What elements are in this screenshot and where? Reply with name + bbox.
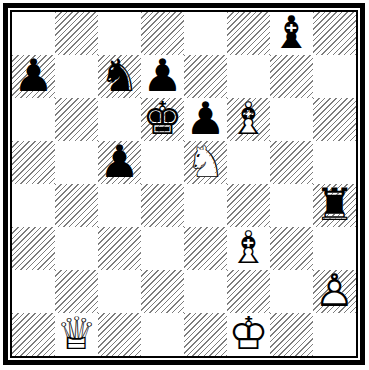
chess-board: ♝♝♟♟♞♞♟♟♚♚♟♟♝♗♟♟♞♘♜♜♝♗♟♙♛♕♚♔ (12, 12, 356, 356)
piece-black-king-d6[interactable]: ♚♚ (141, 98, 184, 141)
black-king-icon: ♚ (141, 97, 184, 140)
square-f8[interactable] (227, 12, 270, 55)
square-d1[interactable] (141, 313, 184, 356)
square-d5[interactable] (141, 141, 184, 184)
square-a5[interactable] (12, 141, 55, 184)
square-b3[interactable] (55, 227, 98, 270)
square-e5[interactable]: ♞♘ (184, 141, 227, 184)
square-e8[interactable] (184, 12, 227, 55)
square-c1[interactable] (98, 313, 141, 356)
square-b8[interactable] (55, 12, 98, 55)
square-a4[interactable] (12, 184, 55, 227)
square-h2[interactable]: ♟♙ (313, 270, 356, 313)
white-king-icon: ♔ (227, 312, 270, 355)
square-f6[interactable]: ♝♗ (227, 98, 270, 141)
piece-white-bishop-f6[interactable]: ♝♗ (227, 98, 270, 141)
piece-white-knight-e5[interactable]: ♞♘ (184, 141, 227, 184)
square-g1[interactable] (270, 313, 313, 356)
piece-white-bishop-f3[interactable]: ♝♗ (227, 227, 270, 270)
square-b4[interactable] (55, 184, 98, 227)
white-queen-icon: ♕ (55, 312, 98, 355)
square-b1[interactable]: ♛♕ (55, 313, 98, 356)
piece-black-pawn-c5[interactable]: ♟♟ (98, 141, 141, 184)
black-pawn-icon: ♟ (184, 97, 227, 140)
square-g6[interactable] (270, 98, 313, 141)
square-g2[interactable] (270, 270, 313, 313)
square-a1[interactable] (12, 313, 55, 356)
square-a3[interactable] (12, 227, 55, 270)
square-d6[interactable]: ♚♚ (141, 98, 184, 141)
piece-black-rook-h4[interactable]: ♜♜ (313, 184, 356, 227)
white-bishop-icon: ♗ (227, 226, 270, 269)
square-a2[interactable] (12, 270, 55, 313)
piece-white-queen-b1[interactable]: ♛♕ (55, 313, 98, 356)
piece-white-pawn-h2[interactable]: ♟♙ (313, 270, 356, 313)
board-inner-frame: ♝♝♟♟♞♞♟♟♚♚♟♟♝♗♟♟♞♘♜♜♝♗♟♙♛♕♚♔ (10, 10, 358, 358)
black-bishop-icon: ♝ (270, 11, 313, 54)
square-b5[interactable] (55, 141, 98, 184)
piece-black-bishop-g8[interactable]: ♝♝ (270, 12, 313, 55)
black-knight-icon: ♞ (98, 54, 141, 97)
black-pawn-icon: ♟ (141, 54, 184, 97)
black-pawn-icon: ♟ (12, 54, 55, 97)
square-d2[interactable] (141, 270, 184, 313)
black-rook-icon: ♜ (313, 183, 356, 226)
square-h1[interactable] (313, 313, 356, 356)
piece-black-pawn-a7[interactable]: ♟♟ (12, 55, 55, 98)
square-c7[interactable]: ♞♞ (98, 55, 141, 98)
black-pawn-icon: ♟ (98, 140, 141, 183)
square-d4[interactable] (141, 184, 184, 227)
square-e2[interactable] (184, 270, 227, 313)
square-a6[interactable] (12, 98, 55, 141)
square-f5[interactable] (227, 141, 270, 184)
square-e3[interactable] (184, 227, 227, 270)
square-b7[interactable] (55, 55, 98, 98)
square-h7[interactable] (313, 55, 356, 98)
board-outer-frame: ♝♝♟♟♞♞♟♟♚♚♟♟♝♗♟♟♞♘♜♜♝♗♟♙♛♕♚♔ (3, 3, 365, 365)
square-g7[interactable] (270, 55, 313, 98)
square-c3[interactable] (98, 227, 141, 270)
white-bishop-icon: ♗ (227, 97, 270, 140)
square-d3[interactable] (141, 227, 184, 270)
square-h4[interactable]: ♜♜ (313, 184, 356, 227)
square-g8[interactable]: ♝♝ (270, 12, 313, 55)
square-c2[interactable] (98, 270, 141, 313)
white-pawn-icon: ♙ (313, 269, 356, 312)
piece-black-knight-c7[interactable]: ♞♞ (98, 55, 141, 98)
square-h8[interactable] (313, 12, 356, 55)
square-e1[interactable] (184, 313, 227, 356)
square-a7[interactable]: ♟♟ (12, 55, 55, 98)
square-h6[interactable] (313, 98, 356, 141)
chess-diagram: ♝♝♟♟♞♞♟♟♚♚♟♟♝♗♟♟♞♘♜♜♝♗♟♙♛♕♚♔ (0, 0, 369, 370)
square-c4[interactable] (98, 184, 141, 227)
square-b6[interactable] (55, 98, 98, 141)
square-g3[interactable] (270, 227, 313, 270)
square-f1[interactable]: ♚♔ (227, 313, 270, 356)
square-e4[interactable] (184, 184, 227, 227)
piece-white-king-f1[interactable]: ♚♔ (227, 313, 270, 356)
white-knight-icon: ♘ (184, 140, 227, 183)
square-c5[interactable]: ♟♟ (98, 141, 141, 184)
square-g4[interactable] (270, 184, 313, 227)
square-f3[interactable]: ♝♗ (227, 227, 270, 270)
square-g5[interactable] (270, 141, 313, 184)
